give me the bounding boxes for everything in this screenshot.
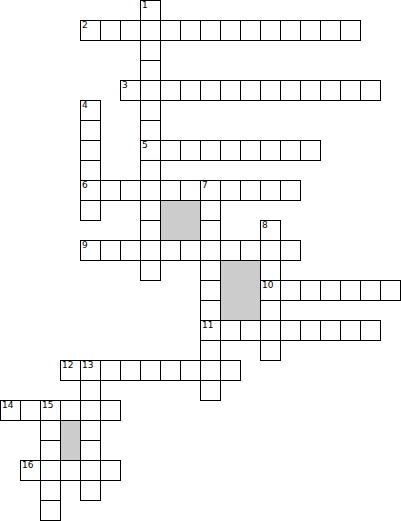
cell-r11c13[interactable]: 8 xyxy=(260,220,281,241)
cell-r4c18[interactable] xyxy=(360,80,381,101)
cell-r1c7[interactable] xyxy=(140,20,161,41)
cell-r16c18[interactable] xyxy=(360,320,381,341)
cell-r13c10[interactable] xyxy=(200,260,221,281)
cell-r7c12[interactable] xyxy=(240,140,261,161)
cell-r4c10[interactable] xyxy=(200,80,221,101)
cell-r1c6[interactable] xyxy=(120,20,141,41)
clue-number-1: 1 xyxy=(142,1,148,10)
cell-r22c2[interactable] xyxy=(40,440,61,461)
cell-r3c7[interactable] xyxy=(140,60,161,81)
cell-r1c4[interactable]: 2 xyxy=(80,20,101,41)
cell-r7c7[interactable]: 5 xyxy=(140,140,161,161)
cell-r16c17[interactable] xyxy=(340,320,361,341)
cell-r8c4[interactable] xyxy=(80,160,101,181)
cell-r7c15[interactable] xyxy=(300,140,321,161)
cell-r11c10[interactable] xyxy=(200,220,221,241)
clue-number-6: 6 xyxy=(82,181,88,190)
cell-r14c14[interactable] xyxy=(280,280,301,301)
cell-r18c6[interactable] xyxy=(120,360,141,381)
cell-r13c13[interactable] xyxy=(260,260,281,281)
clue-number-5: 5 xyxy=(142,141,148,150)
cell-r1c9[interactable] xyxy=(180,20,201,41)
cell-r9c11[interactable] xyxy=(220,180,241,201)
clue-number-4: 4 xyxy=(82,101,88,110)
cell-r4c15[interactable] xyxy=(300,80,321,101)
cell-r13c7[interactable] xyxy=(140,260,161,281)
cell-r1c12[interactable] xyxy=(240,20,261,41)
cell-r18c8[interactable] xyxy=(160,360,181,381)
cell-r18c7[interactable] xyxy=(140,360,161,381)
cell-r8c7[interactable] xyxy=(140,160,161,181)
cell-r18c9[interactable] xyxy=(180,360,201,381)
cell-r4c9[interactable] xyxy=(180,80,201,101)
blocked-area xyxy=(60,420,81,461)
cell-r20c2[interactable]: 15 xyxy=(40,400,61,421)
cell-r1c16[interactable] xyxy=(320,20,341,41)
cell-r19c10[interactable] xyxy=(200,380,221,401)
cell-r16c16[interactable] xyxy=(320,320,341,341)
cell-r9c7[interactable] xyxy=(140,180,161,201)
clue-number-11: 11 xyxy=(202,321,213,330)
cell-r20c3[interactable] xyxy=(60,400,81,421)
cell-r16c13[interactable] xyxy=(260,320,281,341)
cell-r4c13[interactable] xyxy=(260,80,281,101)
cell-r9c10[interactable]: 7 xyxy=(200,180,221,201)
clue-number-7: 7 xyxy=(202,181,208,190)
cell-r0c7[interactable]: 1 xyxy=(140,0,161,21)
clue-number-2: 2 xyxy=(82,21,88,30)
cell-r23c5[interactable] xyxy=(100,460,121,481)
cell-r12c7[interactable] xyxy=(140,240,161,261)
cell-r9c5[interactable] xyxy=(100,180,121,201)
clue-number-14: 14 xyxy=(2,401,13,410)
cell-r9c14[interactable] xyxy=(280,180,301,201)
cell-r9c13[interactable] xyxy=(260,180,281,201)
cell-r4c11[interactable] xyxy=(220,80,241,101)
cell-r23c3[interactable] xyxy=(60,460,81,481)
cell-r16c14[interactable] xyxy=(280,320,301,341)
cell-r21c2[interactable] xyxy=(40,420,61,441)
cell-r14c13[interactable]: 10 xyxy=(260,280,281,301)
cell-r7c11[interactable] xyxy=(220,140,241,161)
cell-r4c7[interactable] xyxy=(140,80,161,101)
cell-r4c8[interactable] xyxy=(160,80,181,101)
cell-r15c13[interactable] xyxy=(260,300,281,321)
cell-r9c12[interactable] xyxy=(240,180,261,201)
cell-r14c16[interactable] xyxy=(320,280,341,301)
cell-r12c13[interactable] xyxy=(260,240,281,261)
cell-r18c10[interactable] xyxy=(200,360,221,381)
cell-r12c10[interactable] xyxy=(200,240,221,261)
cell-r10c7[interactable] xyxy=(140,200,161,221)
cell-r11c7[interactable] xyxy=(140,220,161,241)
cell-r9c4[interactable]: 6 xyxy=(80,180,101,201)
cell-r12c14[interactable] xyxy=(280,240,301,261)
blocked-area xyxy=(160,200,201,241)
blocked-area xyxy=(220,260,261,321)
cell-r4c6[interactable]: 3 xyxy=(120,80,141,101)
cell-r12c8[interactable] xyxy=(160,240,181,261)
cell-r12c12[interactable] xyxy=(240,240,261,261)
clue-number-3: 3 xyxy=(122,81,128,90)
cell-r1c14[interactable] xyxy=(280,20,301,41)
cell-r24c2[interactable] xyxy=(40,480,61,501)
cell-r2c7[interactable] xyxy=(140,40,161,61)
cell-r25c2[interactable] xyxy=(40,500,61,521)
cell-r6c4[interactable] xyxy=(80,120,101,141)
cell-r16c10[interactable]: 11 xyxy=(200,320,221,341)
cell-r16c12[interactable] xyxy=(240,320,261,341)
clue-number-15: 15 xyxy=(42,401,53,410)
cell-r22c4[interactable] xyxy=(80,440,101,461)
cell-r4c17[interactable] xyxy=(340,80,361,101)
cell-r1c17[interactable] xyxy=(340,20,361,41)
cell-r14c10[interactable] xyxy=(200,280,221,301)
cell-r4c14[interactable] xyxy=(280,80,301,101)
cell-r17c10[interactable] xyxy=(200,340,221,361)
cell-r1c8[interactable] xyxy=(160,20,181,41)
cell-r14c18[interactable] xyxy=(360,280,381,301)
cell-r7c10[interactable] xyxy=(200,140,221,161)
cell-r12c4[interactable]: 9 xyxy=(80,240,101,261)
cell-r6c7[interactable] xyxy=(140,120,161,141)
cell-r1c11[interactable] xyxy=(220,20,241,41)
clue-number-13: 13 xyxy=(82,361,93,370)
clue-number-9: 9 xyxy=(82,241,88,250)
cell-r12c11[interactable] xyxy=(220,240,241,261)
cell-r7c8[interactable] xyxy=(160,140,181,161)
cell-r1c13[interactable] xyxy=(260,20,281,41)
cell-r23c2[interactable] xyxy=(40,460,61,481)
cell-r5c7[interactable] xyxy=(140,100,161,121)
cell-r21c4[interactable] xyxy=(80,420,101,441)
cell-r4c12[interactable] xyxy=(240,80,261,101)
clue-number-16: 16 xyxy=(22,461,33,470)
cell-r20c5[interactable] xyxy=(100,400,121,421)
cell-r20c0[interactable]: 14 xyxy=(0,400,21,421)
cell-r16c15[interactable] xyxy=(300,320,321,341)
cell-r20c1[interactable] xyxy=(20,400,41,421)
cell-r7c13[interactable] xyxy=(260,140,281,161)
clue-number-8: 8 xyxy=(262,221,268,230)
cell-r14c17[interactable] xyxy=(340,280,361,301)
cell-r9c9[interactable] xyxy=(180,180,201,201)
cell-r5c4[interactable]: 4 xyxy=(80,100,101,121)
cell-r9c8[interactable] xyxy=(160,180,181,201)
clue-number-12: 12 xyxy=(62,361,73,370)
cell-r18c5[interactable] xyxy=(100,360,121,381)
cell-r18c3[interactable]: 12 xyxy=(60,360,81,381)
cell-r20c4[interactable] xyxy=(80,400,101,421)
cell-r10c4[interactable] xyxy=(80,200,101,221)
cell-r10c10[interactable] xyxy=(200,200,221,221)
cell-r19c4[interactable] xyxy=(80,380,101,401)
cell-r18c4[interactable]: 13 xyxy=(80,360,101,381)
cell-r7c14[interactable] xyxy=(280,140,301,161)
cell-r1c5[interactable] xyxy=(100,20,121,41)
cell-r7c9[interactable] xyxy=(180,140,201,161)
cell-r18c11[interactable] xyxy=(220,360,241,381)
cell-r23c4[interactable] xyxy=(80,460,101,481)
cell-r9c6[interactable] xyxy=(120,180,141,201)
cell-r1c15[interactable] xyxy=(300,20,321,41)
cell-r14c19[interactable] xyxy=(380,280,401,301)
cell-r15c10[interactable] xyxy=(200,300,221,321)
cell-r12c5[interactable] xyxy=(100,240,121,261)
cell-r23c1[interactable]: 16 xyxy=(20,460,41,481)
crossword-board: 12345678910111213141516 xyxy=(0,0,401,521)
cell-r7c4[interactable] xyxy=(80,140,101,161)
cell-r24c4[interactable] xyxy=(80,480,101,501)
cell-r12c6[interactable] xyxy=(120,240,141,261)
cell-r4c16[interactable] xyxy=(320,80,341,101)
cell-r14c15[interactable] xyxy=(300,280,321,301)
cell-r12c9[interactable] xyxy=(180,240,201,261)
clue-number-10: 10 xyxy=(262,281,273,290)
cell-r1c10[interactable] xyxy=(200,20,221,41)
cell-r17c13[interactable] xyxy=(260,340,281,361)
cell-r16c11[interactable] xyxy=(220,320,241,341)
